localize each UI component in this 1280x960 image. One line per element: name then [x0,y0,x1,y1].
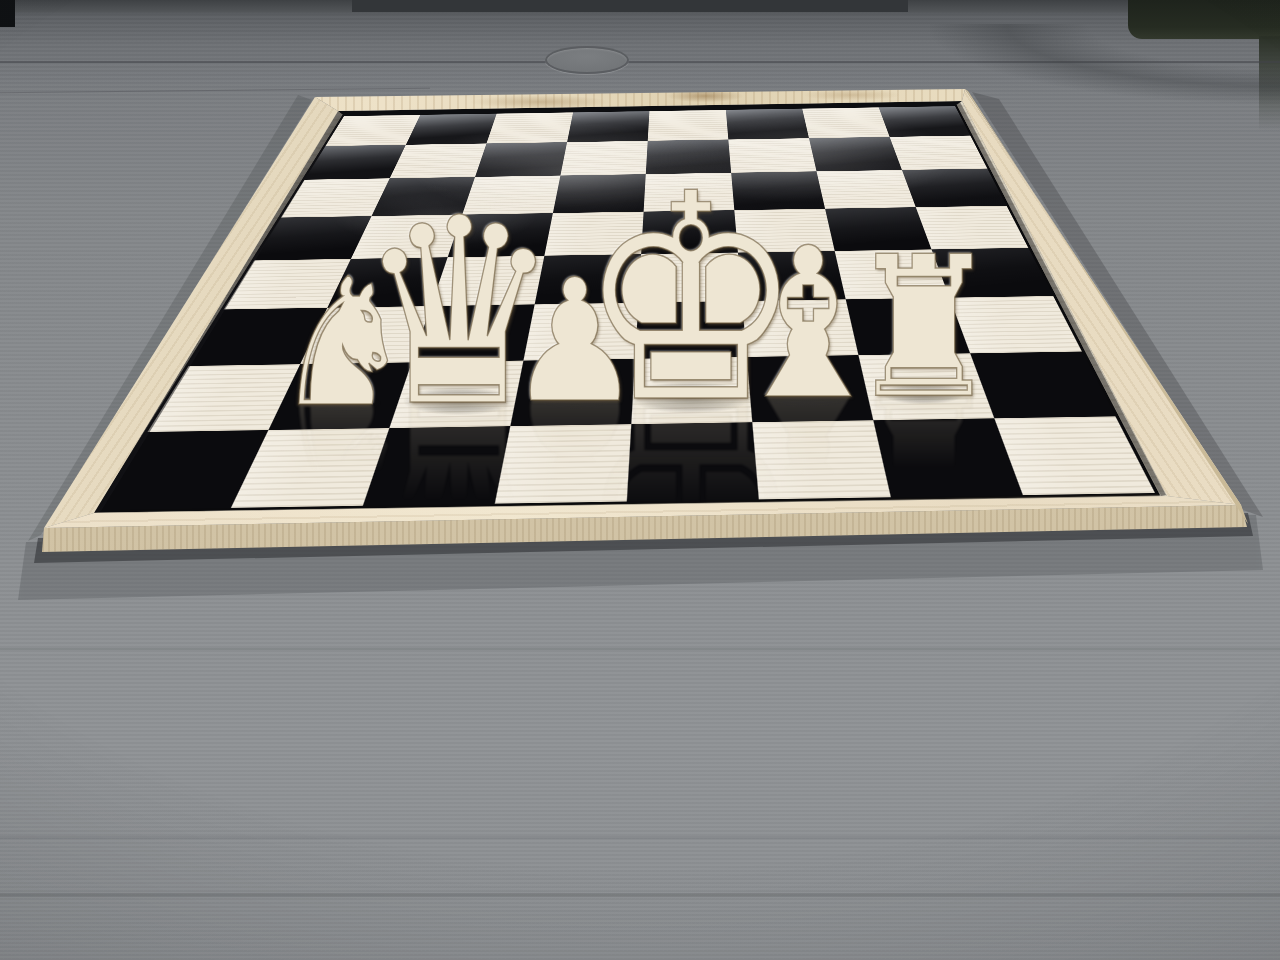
square-c1[interactable] [363,426,510,506]
square-d5[interactable] [544,212,643,256]
square-c3[interactable] [412,304,535,362]
glare-highlight [330,185,540,247]
square-e1[interactable] [627,422,759,501]
square-f4[interactable] [738,251,846,301]
square-c2[interactable] [389,361,523,429]
square-f1[interactable] [752,420,891,499]
square-e4[interactable] [638,253,742,303]
square-g3[interactable] [846,298,970,355]
square-g5[interactable] [825,207,931,251]
square-c4[interactable] [431,256,544,306]
square-e2[interactable] [631,357,752,424]
top-left-dark-patch [0,0,15,27]
table-top-dark-rect [352,0,908,12]
scene: ♞♛♟♚♝♜ ♞♛♟♚♝♜ [0,0,1280,960]
square-e3[interactable] [635,301,747,359]
glare-highlight [650,112,960,204]
square-h3[interactable] [949,296,1081,353]
square-g4[interactable] [835,249,950,299]
square-h5[interactable] [916,206,1029,250]
square-f5[interactable] [734,209,834,253]
table-plank-seam [0,648,1280,650]
square-f3[interactable] [742,299,858,357]
table-plank-seam [0,88,430,94]
square-d4[interactable] [535,254,641,304]
square-h2[interactable] [970,352,1115,419]
table-knot-oval [545,46,629,74]
table-plank-seam [0,893,1280,897]
square-f2[interactable] [747,355,874,422]
square-d2[interactable] [510,359,635,426]
table-shadow-band [930,24,1280,110]
square-h1[interactable] [994,416,1155,495]
square-d3[interactable] [523,303,638,361]
table-plank-seam [0,836,1280,839]
square-h4[interactable] [931,248,1053,298]
square-d1[interactable] [495,424,631,503]
